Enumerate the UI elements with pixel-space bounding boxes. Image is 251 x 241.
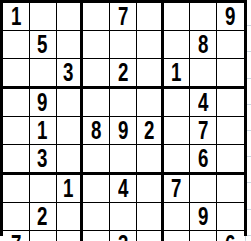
- cell-r2c7[interactable]: [164, 31, 191, 59]
- cell-r6c1[interactable]: [3, 145, 30, 175]
- given-digit: 4: [198, 89, 208, 116]
- sudoku-board: 1795832194189273614729736: [0, 0, 247, 236]
- cell-r5c1[interactable]: [3, 117, 30, 145]
- cell-r5c9[interactable]: [217, 117, 244, 145]
- given-digit: 4: [118, 175, 128, 202]
- cell-r5c8[interactable]: 7: [190, 117, 217, 145]
- cell-r8c8[interactable]: 9: [190, 203, 217, 231]
- given-digit: 7: [198, 117, 208, 144]
- cell-r3c8[interactable]: [190, 59, 217, 89]
- cell-r9c4[interactable]: [83, 231, 110, 241]
- cell-r5c2[interactable]: 1: [30, 117, 57, 145]
- cell-r4c2[interactable]: 9: [30, 89, 57, 117]
- given-digit: 6: [225, 231, 235, 241]
- cell-r7c6[interactable]: [137, 175, 164, 203]
- cell-r7c4[interactable]: [83, 175, 110, 203]
- cell-r7c7[interactable]: 7: [164, 175, 191, 203]
- cell-r1c5[interactable]: 7: [110, 3, 137, 31]
- cell-r9c5[interactable]: 3: [110, 231, 137, 241]
- cell-r5c5[interactable]: 9: [110, 117, 137, 145]
- given-digit: 3: [37, 145, 47, 172]
- cell-r6c6[interactable]: [137, 145, 164, 175]
- cell-r7c5[interactable]: 4: [110, 175, 137, 203]
- given-digit: 7: [118, 3, 128, 30]
- cell-r1c4[interactable]: [83, 3, 110, 31]
- cell-r4c8[interactable]: 4: [190, 89, 217, 117]
- given-digit: 3: [63, 59, 73, 86]
- cell-r1c6[interactable]: [137, 3, 164, 31]
- cell-r6c2[interactable]: 3: [30, 145, 57, 175]
- cell-r6c3[interactable]: [57, 145, 84, 175]
- given-digit: 7: [171, 175, 181, 202]
- cell-r4c7[interactable]: [164, 89, 191, 117]
- cell-r8c2[interactable]: 2: [30, 203, 57, 231]
- given-digit: 8: [91, 117, 101, 144]
- given-digit: 9: [37, 89, 47, 116]
- cell-r2c9[interactable]: [217, 31, 244, 59]
- given-digit: 3: [118, 231, 128, 241]
- cell-r6c7[interactable]: [164, 145, 191, 175]
- cell-r7c3[interactable]: 1: [57, 175, 84, 203]
- given-digit: 9: [198, 203, 208, 230]
- cell-r7c1[interactable]: [3, 175, 30, 203]
- cell-r8c1[interactable]: [3, 203, 30, 231]
- cell-r9c2[interactable]: [30, 231, 57, 241]
- given-digit: 1: [63, 175, 73, 202]
- cell-r4c4[interactable]: [83, 89, 110, 117]
- cell-r8c6[interactable]: [137, 203, 164, 231]
- given-digit: 6: [198, 145, 208, 172]
- given-digit: 2: [144, 117, 154, 144]
- cell-r9c7[interactable]: [164, 231, 191, 241]
- cell-r5c4[interactable]: 8: [83, 117, 110, 145]
- cell-r1c2[interactable]: [30, 3, 57, 31]
- cell-r1c7[interactable]: [164, 3, 191, 31]
- cell-r9c1[interactable]: 7: [3, 231, 30, 241]
- cell-r3c2[interactable]: [30, 59, 57, 89]
- cell-r3c3[interactable]: 3: [57, 59, 84, 89]
- cell-r3c1[interactable]: [3, 59, 30, 89]
- given-digit: 1: [171, 59, 181, 86]
- given-digit: 9: [225, 3, 235, 30]
- cell-r9c6[interactable]: [137, 231, 164, 241]
- cell-r4c9[interactable]: [217, 89, 244, 117]
- cell-r3c4[interactable]: [83, 59, 110, 89]
- cell-r2c4[interactable]: [83, 31, 110, 59]
- cell-r3c6[interactable]: [137, 59, 164, 89]
- cell-r8c5[interactable]: [110, 203, 137, 231]
- cell-r4c1[interactable]: [3, 89, 30, 117]
- given-digit: 1: [11, 3, 21, 30]
- cell-r3c5[interactable]: 2: [110, 59, 137, 89]
- cell-r9c8[interactable]: [190, 231, 217, 241]
- cell-r2c2[interactable]: 5: [30, 31, 57, 59]
- cell-r7c9[interactable]: [217, 175, 244, 203]
- cell-r2c3[interactable]: [57, 31, 84, 59]
- cell-r6c9[interactable]: [217, 145, 244, 175]
- cell-r8c3[interactable]: [57, 203, 84, 231]
- cell-r7c2[interactable]: [30, 175, 57, 203]
- cell-r2c8[interactable]: 8: [190, 31, 217, 59]
- cell-r2c1[interactable]: [3, 31, 30, 59]
- given-digit: 9: [118, 117, 128, 144]
- cell-r4c6[interactable]: [137, 89, 164, 117]
- cell-r5c6[interactable]: 2: [137, 117, 164, 145]
- cell-r8c7[interactable]: [164, 203, 191, 231]
- cell-r9c9[interactable]: 6: [217, 231, 244, 241]
- cell-r1c3[interactable]: [57, 3, 84, 31]
- cell-r8c9[interactable]: [217, 203, 244, 231]
- cell-r1c1[interactable]: 1: [3, 3, 30, 31]
- given-digit: 5: [37, 31, 47, 58]
- given-digit: 2: [37, 203, 47, 230]
- given-digit: 1: [37, 117, 47, 144]
- cell-r9c3[interactable]: [57, 231, 84, 241]
- given-digit: 7: [11, 231, 21, 241]
- given-digit: 8: [198, 31, 208, 58]
- cell-r6c5[interactable]: [110, 145, 137, 175]
- cell-r4c5[interactable]: [110, 89, 137, 117]
- cell-r7c8[interactable]: [190, 175, 217, 203]
- cell-r4c3[interactable]: [57, 89, 84, 117]
- cell-r6c4[interactable]: [83, 145, 110, 175]
- given-digit: 2: [118, 59, 128, 86]
- cell-r3c9[interactable]: [217, 59, 244, 89]
- cell-r2c6[interactable]: [137, 31, 164, 59]
- cell-r8c4[interactable]: [83, 203, 110, 231]
- cell-r3c7[interactable]: 1: [164, 59, 191, 89]
- cell-r5c7[interactable]: [164, 117, 191, 145]
- cell-r1c9[interactable]: 9: [217, 3, 244, 31]
- spreadsheet-background: 1795832194189273614729736: [0, 0, 251, 241]
- cell-r5c3[interactable]: [57, 117, 84, 145]
- cell-r6c8[interactable]: 6: [190, 145, 217, 175]
- cell-r2c5[interactable]: [110, 31, 137, 59]
- cell-r1c8[interactable]: [190, 3, 217, 31]
